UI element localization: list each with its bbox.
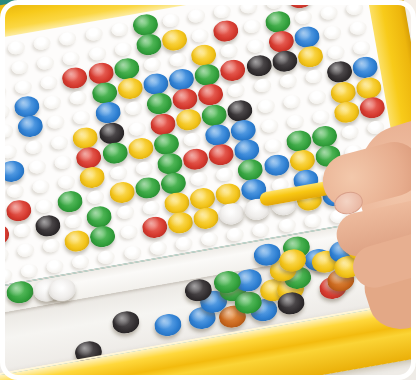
empty-peg	[226, 226, 245, 242]
empty-peg	[312, 109, 331, 125]
empty-peg	[278, 217, 297, 233]
empty-peg	[242, 18, 261, 34]
empty-peg	[47, 114, 66, 130]
empty-peg	[114, 41, 133, 57]
empty-peg	[308, 89, 327, 105]
empty-peg	[116, 205, 135, 221]
empty-peg	[294, 9, 313, 25]
empty-peg	[86, 189, 105, 205]
empty-peg	[0, 123, 14, 139]
empty-peg	[20, 263, 39, 279]
empty-peg	[169, 52, 188, 68]
empty-peg	[88, 46, 107, 62]
empty-peg	[40, 75, 59, 91]
empty-peg	[0, 247, 9, 263]
empty-peg	[253, 78, 272, 94]
empty-peg	[28, 159, 47, 175]
empty-peg	[305, 69, 324, 85]
empty-peg	[213, 3, 232, 19]
empty-peg	[42, 238, 61, 254]
empty-peg	[279, 73, 298, 89]
empty-peg	[24, 139, 43, 155]
empty-peg	[6, 183, 25, 199]
empty-peg	[123, 244, 142, 260]
empty-peg	[35, 198, 54, 214]
empty-peg	[109, 165, 128, 181]
empty-peg	[64, 214, 83, 230]
empty-peg	[346, 0, 365, 16]
empty-peg	[256, 98, 275, 114]
empty-peg	[246, 38, 265, 54]
empty-peg	[260, 118, 279, 134]
empty-peg	[183, 131, 202, 147]
empty-peg	[349, 20, 368, 36]
empty-peg	[58, 30, 77, 46]
empty-peg	[54, 154, 73, 170]
empty-peg	[264, 138, 283, 154]
empty-peg	[135, 160, 154, 176]
empty-peg	[110, 21, 129, 37]
empty-peg	[286, 113, 305, 129]
empty-peg	[16, 243, 35, 259]
empty-peg	[187, 8, 206, 24]
empty-peg	[174, 235, 193, 251]
empty-peg	[316, 0, 335, 1]
empty-peg	[50, 134, 69, 150]
empty-peg	[220, 43, 239, 59]
empty-peg	[149, 240, 168, 256]
empty-peg	[14, 79, 33, 95]
empty-peg	[265, 0, 284, 10]
empty-peg	[142, 200, 161, 216]
empty-peg	[320, 5, 339, 21]
empty-peg	[0, 104, 11, 120]
empty-peg	[227, 83, 246, 99]
empty-peg	[62, 50, 81, 66]
empty-peg	[143, 56, 162, 72]
empty-peg	[190, 171, 209, 187]
empty-peg	[252, 222, 271, 238]
empty-peg	[0, 64, 4, 80]
empty-peg	[215, 167, 234, 183]
empty-peg	[200, 231, 219, 247]
empty-peg	[7, 39, 26, 55]
empty-peg	[69, 90, 88, 106]
empty-peg	[128, 121, 147, 137]
empty-peg	[72, 110, 91, 126]
empty-peg	[43, 94, 62, 110]
empty-peg	[71, 254, 90, 270]
empty-peg	[282, 93, 301, 109]
empty-peg	[124, 101, 143, 117]
empty-peg	[191, 27, 210, 43]
empty-peg	[303, 213, 322, 229]
empty-peg	[0, 84, 7, 100]
empty-peg	[57, 174, 76, 190]
empty-peg	[33, 35, 52, 51]
toy-photo-scene	[0, 0, 416, 380]
empty-peg	[31, 179, 50, 195]
empty-peg	[353, 40, 372, 56]
empty-peg	[0, 267, 13, 283]
empty-peg	[36, 55, 55, 71]
empty-peg	[45, 258, 64, 274]
empty-peg	[162, 12, 181, 28]
empty-peg	[119, 225, 138, 241]
empty-peg	[327, 44, 346, 60]
empty-peg	[0, 143, 18, 159]
empty-peg	[10, 59, 29, 75]
empty-peg	[13, 223, 32, 239]
empty-peg	[84, 26, 103, 42]
empty-peg	[323, 25, 342, 41]
empty-peg	[97, 249, 116, 265]
empty-peg	[239, 0, 258, 14]
empty-peg	[0, 208, 2, 224]
empty-peg	[341, 124, 360, 140]
